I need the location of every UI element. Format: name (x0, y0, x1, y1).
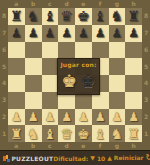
square-a4[interactable] (8, 75, 25, 92)
file-label-e: e (75, 142, 92, 150)
square-f2[interactable]: ♟ (92, 109, 109, 126)
square-g4[interactable] (109, 75, 126, 92)
black-pawn[interactable]: ♟ (11, 27, 22, 39)
black-pawn[interactable]: ♟ (44, 27, 55, 39)
square-h6[interactable] (125, 42, 142, 59)
rank-label-7: 7 (142, 25, 150, 42)
square-e8[interactable]: ♚ (75, 8, 92, 25)
black-knight[interactable]: ♞ (27, 9, 40, 23)
square-d1[interactable]: ♛ (58, 125, 75, 142)
square-c7[interactable]: ♟ (42, 25, 59, 42)
white-pawn[interactable]: ♟ (78, 110, 89, 122)
file-label-f: f (92, 142, 109, 150)
square-c6[interactable] (42, 42, 59, 59)
white-pawn[interactable]: ♟ (11, 110, 22, 122)
square-b7[interactable]: ♟ (25, 25, 42, 42)
white-pawn[interactable]: ♟ (61, 110, 72, 122)
white-pawn[interactable]: ♟ (111, 110, 122, 122)
square-f6[interactable] (92, 42, 109, 59)
rank-label-1: 1 (0, 125, 8, 142)
square-h1[interactable]: ♜ (125, 125, 142, 142)
logo-text: PUZZLEOUT (12, 155, 54, 162)
square-f1[interactable]: ♝ (92, 125, 109, 142)
file-label-a: a (8, 0, 25, 8)
square-d8[interactable]: ♛ (58, 8, 75, 25)
square-b3[interactable] (25, 92, 42, 109)
square-a1[interactable]: ♜ (8, 125, 25, 142)
white-bishop[interactable]: ♝ (94, 126, 107, 140)
square-a7[interactable]: ♟ (8, 25, 25, 42)
square-g1[interactable]: ♞ (109, 125, 126, 142)
square-h2[interactable]: ♟ (125, 109, 142, 126)
square-h7[interactable]: ♟ (125, 25, 142, 42)
footer-controls: Dificultad: ▼ 10 ▲ Reiniciar ↻ (53, 154, 150, 162)
black-pawn[interactable]: ♟ (95, 27, 106, 39)
coords-left: 87654321 (0, 8, 8, 142)
black-knight[interactable]: ♞ (111, 9, 124, 23)
black-rook[interactable]: ♜ (10, 9, 23, 23)
square-g2[interactable]: ♟ (109, 109, 126, 126)
square-b2[interactable]: ♟ (25, 109, 42, 126)
file-label-d: d (58, 0, 75, 8)
rank-label-8: 8 (0, 8, 8, 25)
rank-label-1: 1 (142, 125, 150, 142)
square-e6[interactable] (75, 42, 92, 59)
file-label-g: g (109, 0, 126, 8)
puzzleout-logo[interactable]: PUZZLEOUT (3, 155, 53, 162)
white-rook[interactable]: ♜ (127, 126, 140, 140)
square-h3[interactable] (125, 92, 142, 109)
black-bishop[interactable]: ♝ (44, 9, 57, 23)
square-e1[interactable]: ♚ (75, 125, 92, 142)
square-a2[interactable]: ♟ (8, 109, 25, 126)
square-b4[interactable] (25, 75, 42, 92)
white-pawn[interactable]: ♟ (128, 110, 139, 122)
puzzleout-logo-icon (3, 155, 10, 162)
file-label-b: b (25, 142, 42, 150)
file-label-g: g (109, 142, 126, 150)
square-c3[interactable] (42, 92, 59, 109)
dialog-title: Jugar con: (60, 61, 96, 68)
side-select-dialog: Jugar con: ♚ ♚ (57, 58, 100, 95)
square-b8[interactable]: ♞ (25, 8, 42, 25)
black-king[interactable]: ♚ (77, 9, 90, 23)
square-d7[interactable]: ♟ (58, 25, 75, 42)
white-knight[interactable]: ♞ (111, 126, 124, 140)
coords-bottom: abcdefgh (8, 142, 142, 150)
white-king[interactable]: ♚ (77, 126, 90, 140)
play-white-button[interactable]: ♚ (62, 73, 77, 90)
rank-label-6: 6 (0, 42, 8, 59)
white-queen[interactable]: ♛ (60, 126, 73, 140)
difficulty-decrease-button[interactable]: ▼ (90, 155, 95, 161)
square-b1[interactable]: ♞ (25, 125, 42, 142)
black-pawn[interactable]: ♟ (28, 27, 39, 39)
footer-bar: PUZZLEOUT Dificultad: ▼ 10 ▲ Reiniciar ↻ (0, 150, 150, 165)
square-c4[interactable] (42, 75, 59, 92)
square-c5[interactable] (42, 58, 59, 75)
square-c8[interactable]: ♝ (42, 8, 59, 25)
file-label-e: e (75, 0, 92, 8)
square-h4[interactable] (125, 75, 142, 92)
rank-label-5: 5 (142, 58, 150, 75)
square-g6[interactable] (109, 42, 126, 59)
square-e2[interactable]: ♟ (75, 109, 92, 126)
square-d6[interactable] (58, 42, 75, 59)
square-c1[interactable]: ♝ (42, 125, 59, 142)
white-pawn[interactable]: ♟ (28, 110, 39, 122)
black-pawn[interactable]: ♟ (111, 27, 122, 39)
rank-label-6: 6 (142, 42, 150, 59)
black-bishop[interactable]: ♝ (94, 9, 107, 23)
rank-label-5: 5 (0, 58, 8, 75)
square-a3[interactable] (8, 92, 25, 109)
coords-right: 87654321 (142, 8, 150, 142)
rank-label-2: 2 (0, 109, 8, 126)
file-label-h: h (125, 0, 142, 8)
white-knight[interactable]: ♞ (27, 126, 40, 140)
square-g3[interactable] (109, 92, 126, 109)
chess-board: abcdefgh abcdefgh 87654321 87654321 ♜♞♝♛… (0, 0, 150, 150)
black-pawn[interactable]: ♟ (128, 27, 139, 39)
black-pawn[interactable]: ♟ (78, 27, 89, 39)
rank-label-8: 8 (142, 8, 150, 25)
white-rook[interactable]: ♜ (10, 126, 23, 140)
file-label-d: d (58, 142, 75, 150)
file-label-b: b (25, 0, 42, 8)
black-queen[interactable]: ♛ (60, 9, 73, 23)
play-black-button[interactable]: ♚ (80, 73, 95, 90)
square-e7[interactable]: ♟ (75, 25, 92, 42)
square-f8[interactable]: ♝ (92, 8, 109, 25)
square-a6[interactable] (8, 42, 25, 59)
square-c2[interactable]: ♟ (42, 109, 59, 126)
white-pawn[interactable]: ♟ (44, 110, 55, 122)
square-g7[interactable]: ♟ (109, 25, 126, 42)
chess-app: abcdefgh abcdefgh 87654321 87654321 ♜♞♝♛… (0, 0, 150, 165)
square-b6[interactable] (25, 42, 42, 59)
restart-icon[interactable]: ↻ (146, 154, 150, 162)
square-g8[interactable]: ♞ (109, 8, 126, 25)
file-label-c: c (42, 0, 59, 8)
square-d2[interactable]: ♟ (58, 109, 75, 126)
black-pawn[interactable]: ♟ (61, 27, 72, 39)
difficulty-value: 10 (97, 155, 105, 162)
white-pawn[interactable]: ♟ (95, 110, 106, 122)
rank-label-7: 7 (0, 25, 8, 42)
rank-label-3: 3 (0, 92, 8, 109)
rank-label-3: 3 (142, 92, 150, 109)
square-h5[interactable] (125, 58, 142, 75)
square-a8[interactable]: ♜ (8, 8, 25, 25)
square-f7[interactable]: ♟ (92, 25, 109, 42)
square-h8[interactable]: ♜ (125, 8, 142, 25)
difficulty-label: Dificultad: (53, 155, 88, 162)
restart-button[interactable]: Reiniciar (114, 155, 144, 161)
square-a5[interactable] (8, 58, 25, 75)
file-label-h: h (125, 142, 142, 150)
black-rook[interactable]: ♜ (127, 9, 140, 23)
square-g5[interactable] (109, 58, 126, 75)
square-b5[interactable] (25, 58, 42, 75)
difficulty-increase-button[interactable]: ▲ (107, 155, 112, 161)
rank-label-4: 4 (142, 75, 150, 92)
rank-label-2: 2 (142, 109, 150, 126)
rank-label-4: 4 (0, 75, 8, 92)
coords-top: abcdefgh (8, 0, 142, 8)
dialog-kings: ♚ ♚ (58, 68, 99, 94)
file-label-c: c (42, 142, 59, 150)
white-bishop[interactable]: ♝ (44, 126, 57, 140)
file-label-f: f (92, 0, 109, 8)
file-label-a: a (8, 142, 25, 150)
